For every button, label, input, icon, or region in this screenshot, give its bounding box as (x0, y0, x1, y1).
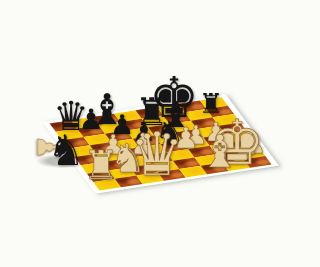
white-bishop[interactable]: ♝ (200, 129, 240, 174)
black-knight-offboard[interactable]: ♞ (47, 130, 85, 172)
chess-set-photo: ♜♚♝♜♝♛♟♟♟♟♞♟♟♟♟♟♟♟♚♞♝♞♛♜ (0, 0, 320, 267)
white-queen[interactable]: ♛ (130, 124, 184, 184)
pieces-layer: ♜♚♝♜♝♛♟♟♟♟♞♟♟♟♟♟♟♟♚♞♝♞♛♜ (0, 0, 320, 267)
white-rook[interactable]: ♜ (83, 145, 119, 185)
